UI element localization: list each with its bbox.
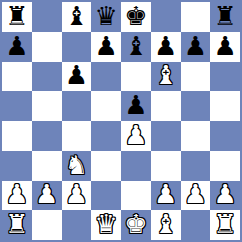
square-f5[interactable] [151, 91, 181, 121]
piece-black-rook[interactable]: ♜ [5, 3, 28, 29]
square-f4[interactable] [151, 121, 181, 151]
square-c1[interactable] [62, 210, 92, 240]
square-d7[interactable]: ♟ [91, 32, 121, 62]
piece-black-pawn[interactable]: ♟ [154, 33, 177, 59]
square-b4[interactable] [32, 121, 62, 151]
square-a1[interactable]: ♜ [2, 210, 32, 240]
square-e5[interactable]: ♟ [121, 91, 151, 121]
square-a8[interactable]: ♜ [2, 2, 32, 32]
square-d8[interactable]: ♛ [91, 2, 121, 32]
square-c2[interactable]: ♟ [62, 181, 92, 211]
square-f8[interactable] [151, 2, 181, 32]
square-e1[interactable]: ♚ [121, 210, 151, 240]
square-c7[interactable] [62, 32, 92, 62]
square-g5[interactable] [181, 91, 211, 121]
square-d1[interactable]: ♛ [91, 210, 121, 240]
piece-white-pawn[interactable]: ♟ [5, 181, 28, 207]
piece-white-pawn[interactable]: ♟ [124, 122, 147, 148]
piece-black-queen[interactable]: ♛ [94, 3, 117, 29]
square-f7[interactable]: ♟ [151, 32, 181, 62]
square-g8[interactable] [181, 2, 211, 32]
piece-white-rook[interactable]: ♜ [5, 211, 28, 237]
piece-black-pawn[interactable]: ♟ [5, 33, 28, 59]
square-h6[interactable] [210, 62, 240, 92]
square-g1[interactable] [181, 210, 211, 240]
piece-white-pawn[interactable]: ♟ [35, 181, 58, 207]
piece-white-knight[interactable]: ♞ [65, 152, 88, 178]
square-a5[interactable] [2, 91, 32, 121]
square-a6[interactable] [2, 62, 32, 92]
piece-black-pawn[interactable]: ♟ [94, 33, 117, 59]
piece-black-bishop[interactable]: ♝ [65, 3, 88, 29]
piece-white-king[interactable]: ♚ [124, 211, 147, 237]
square-f1[interactable]: ♝ [151, 210, 181, 240]
square-d4[interactable] [91, 121, 121, 151]
square-h7[interactable]: ♟ [210, 32, 240, 62]
square-a3[interactable] [2, 151, 32, 181]
square-e7[interactable]: ♝ [121, 32, 151, 62]
square-g4[interactable] [181, 121, 211, 151]
square-c8[interactable]: ♝ [62, 2, 92, 32]
piece-white-rook[interactable]: ♜ [213, 211, 236, 237]
piece-black-king[interactable]: ♚ [124, 3, 147, 29]
square-c3[interactable]: ♞ [62, 151, 92, 181]
square-e2[interactable] [121, 181, 151, 211]
square-b5[interactable] [32, 91, 62, 121]
square-h1[interactable]: ♜ [210, 210, 240, 240]
square-c4[interactable] [62, 121, 92, 151]
square-h5[interactable] [210, 91, 240, 121]
piece-black-pawn[interactable]: ♟ [213, 33, 236, 59]
square-d3[interactable] [91, 151, 121, 181]
square-c5[interactable] [62, 91, 92, 121]
piece-white-queen[interactable]: ♛ [94, 211, 117, 237]
square-g6[interactable] [181, 62, 211, 92]
piece-black-pawn[interactable]: ♟ [65, 62, 88, 88]
square-b3[interactable] [32, 151, 62, 181]
square-b2[interactable]: ♟ [32, 181, 62, 211]
square-f6[interactable]: ♝ [151, 62, 181, 92]
square-b8[interactable] [32, 2, 62, 32]
piece-white-pawn[interactable]: ♟ [213, 181, 236, 207]
piece-black-bishop[interactable]: ♝ [124, 33, 147, 59]
square-d6[interactable] [91, 62, 121, 92]
square-b7[interactable] [32, 32, 62, 62]
square-g7[interactable]: ♟ [181, 32, 211, 62]
square-h8[interactable]: ♜ [210, 2, 240, 32]
square-e4[interactable]: ♟ [121, 121, 151, 151]
square-a4[interactable] [2, 121, 32, 151]
square-c6[interactable]: ♟ [62, 62, 92, 92]
square-e6[interactable] [121, 62, 151, 92]
square-f3[interactable] [151, 151, 181, 181]
square-b1[interactable] [32, 210, 62, 240]
square-a7[interactable]: ♟ [2, 32, 32, 62]
square-d5[interactable] [91, 91, 121, 121]
piece-white-bishop[interactable]: ♝ [154, 62, 177, 88]
piece-white-pawn[interactable]: ♟ [65, 181, 88, 207]
square-g2[interactable]: ♟ [181, 181, 211, 211]
square-b6[interactable] [32, 62, 62, 92]
square-e3[interactable] [121, 151, 151, 181]
piece-white-bishop[interactable]: ♝ [154, 211, 177, 237]
square-f2[interactable]: ♟ [151, 181, 181, 211]
piece-black-pawn[interactable]: ♟ [184, 33, 207, 59]
square-h3[interactable] [210, 151, 240, 181]
square-h4[interactable] [210, 121, 240, 151]
chess-board: ♜♝♛♚♜♟♟♝♟♟♟♟♝♟♟♞♟♟♟♟♟♟♜♛♚♝♜ [0, 0, 242, 242]
square-e8[interactable]: ♚ [121, 2, 151, 32]
piece-white-pawn[interactable]: ♟ [154, 181, 177, 207]
piece-black-pawn[interactable]: ♟ [124, 92, 147, 118]
piece-black-rook[interactable]: ♜ [213, 3, 236, 29]
square-d2[interactable] [91, 181, 121, 211]
square-h2[interactable]: ♟ [210, 181, 240, 211]
square-g3[interactable] [181, 151, 211, 181]
square-a2[interactable]: ♟ [2, 181, 32, 211]
piece-white-pawn[interactable]: ♟ [184, 181, 207, 207]
